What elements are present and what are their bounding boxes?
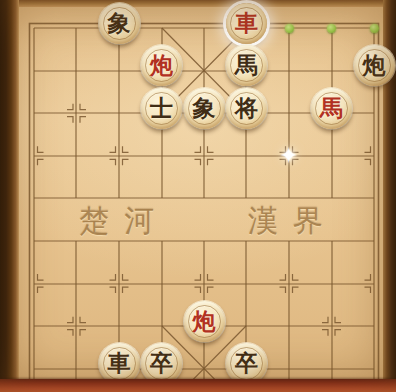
piece-glyph: 炮 bbox=[363, 54, 386, 77]
piece-black-horse[interactable]: 馬 bbox=[226, 45, 267, 86]
piece-glyph: 馬 bbox=[320, 97, 343, 120]
piece-black-cannon[interactable]: 炮 bbox=[354, 45, 395, 86]
move-hint-dot[interactable] bbox=[327, 24, 336, 33]
board-frame-bottom bbox=[0, 379, 396, 392]
piece-glyph: 炮 bbox=[150, 54, 173, 77]
river-label-left: 楚河 bbox=[79, 201, 169, 242]
piece-black-elephant[interactable]: 象 bbox=[184, 88, 225, 129]
move-hint-dot[interactable] bbox=[370, 24, 379, 33]
piece-red-cannon[interactable]: 炮 bbox=[184, 301, 225, 342]
piece-glyph: 車 bbox=[235, 12, 258, 35]
move-hint-dot[interactable] bbox=[285, 24, 294, 33]
xiangqi-board: 楚河 漢界 象車炮馬炮士象将馬炮車卒卒 bbox=[0, 0, 396, 392]
piece-red-cannon[interactable]: 炮 bbox=[141, 45, 182, 86]
piece-red-horse[interactable]: 馬 bbox=[311, 88, 352, 129]
piece-glyph: 炮 bbox=[193, 310, 216, 333]
piece-red-chariot[interactable]: 車 bbox=[226, 3, 267, 44]
piece-black-general[interactable]: 将 bbox=[226, 88, 267, 129]
piece-glyph: 馬 bbox=[235, 54, 258, 77]
piece-black-advisor[interactable]: 士 bbox=[141, 88, 182, 129]
river-label-right: 漢界 bbox=[248, 201, 338, 242]
piece-black-elephant[interactable]: 象 bbox=[99, 3, 140, 44]
piece-glyph: 卒 bbox=[235, 352, 258, 375]
piece-glyph: 車 bbox=[108, 352, 131, 375]
piece-glyph: 象 bbox=[108, 12, 131, 35]
piece-glyph: 卒 bbox=[150, 352, 173, 375]
piece-glyph: 将 bbox=[235, 97, 258, 120]
piece-glyph: 象 bbox=[193, 97, 216, 120]
piece-glyph: 士 bbox=[150, 97, 173, 120]
